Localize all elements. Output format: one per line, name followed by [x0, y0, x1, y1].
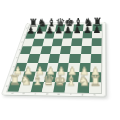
- piece-black-king: ♚: [65, 17, 74, 28]
- file-label-h: h: [89, 93, 101, 96]
- piece-black-rook: ♜: [92, 17, 101, 28]
- square-h7: ♟: [92, 31, 102, 38]
- square-h6: [91, 38, 101, 46]
- square-e5: [60, 46, 71, 54]
- square-g3: [79, 63, 91, 72]
- square-h4: [90, 54, 101, 63]
- chess-board-grid: ♜♞♝♛♚♝♞♜♟♟♟♟♟♟♟♟♟♟♟♟♟♟♟♟♜♞♝♛♚♝♞♜: [7, 24, 101, 93]
- square-f4: [69, 54, 80, 63]
- file-label-d: d: [41, 93, 53, 96]
- square-h2: ♟: [89, 72, 101, 82]
- file-label-f: f: [64, 93, 76, 96]
- square-e6: [61, 38, 72, 46]
- square-b3: [25, 62, 38, 71]
- square-e1: ♚: [53, 82, 66, 93]
- file-label-b: b: [18, 92, 30, 95]
- piece-black-knight: ♞: [83, 17, 92, 28]
- file-label-g: g: [76, 93, 88, 96]
- square-g1: ♞: [77, 82, 90, 93]
- square-h5: [91, 46, 102, 54]
- chess-board-3d-wrapper: ♜♞♝♛♚♝♞♜♟♟♟♟♟♟♟♟♟♟♟♟♟♟♟♟♜♞♝♛♚♝♞♜ abcdefg…: [2, 22, 106, 96]
- product-photo-chess-set: ♜♞♝♛♚♝♞♜♟♟♟♟♟♟♟♟♟♟♟♟♟♟♟♟♜♞♝♛♚♝♞♜ abcdefg…: [0, 0, 120, 120]
- file-label-e: e: [53, 93, 65, 96]
- square-e4: [58, 54, 70, 63]
- square-h1: ♜: [89, 82, 101, 93]
- piece-black-queen: ♛: [55, 18, 64, 29]
- square-g6: [81, 38, 91, 46]
- square-g7: ♟: [82, 31, 92, 38]
- file-label-c: c: [29, 92, 41, 95]
- square-a4: [17, 54, 30, 62]
- piece-black-knight: ♞: [37, 18, 46, 29]
- square-b4: [27, 54, 39, 63]
- square-h3: [90, 63, 101, 72]
- piece-black-bishop: ♝: [46, 18, 55, 29]
- vinyl-chess-mat: ♜♞♝♛♚♝♞♜♟♟♟♟♟♟♟♟♟♟♟♟♟♟♟♟♜♞♝♛♚♝♞♜ abcdefg…: [2, 22, 106, 96]
- square-g4: [80, 54, 91, 63]
- square-g2: ♟: [78, 72, 90, 82]
- piece-black-rook: ♜: [29, 18, 38, 29]
- square-g5: [80, 46, 91, 54]
- piece-black-bishop: ♝: [74, 17, 83, 28]
- square-f2: ♟: [66, 72, 78, 82]
